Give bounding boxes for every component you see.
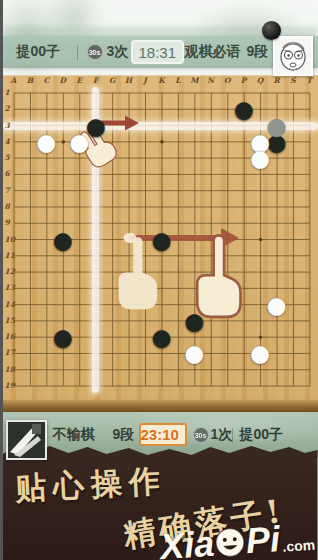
row-label: 12 bbox=[5, 267, 15, 276]
top-capture-count: 提00子 bbox=[17, 36, 61, 68]
row-label: 19 bbox=[5, 381, 15, 390]
black-stone: ● bbox=[54, 231, 71, 248]
app-screen: 提00子 30s 3次 18:31 观棋必语 9段 bbox=[3, 0, 318, 560]
black-stone: ● bbox=[235, 101, 252, 118]
bottom-player-name: 不输棋 bbox=[53, 419, 95, 451]
byoyomi-badge: 30s bbox=[87, 44, 103, 60]
column-label: P bbox=[241, 76, 247, 85]
row-label: 8 bbox=[5, 202, 10, 211]
column-label: J bbox=[143, 76, 147, 85]
column-label: E bbox=[76, 76, 82, 85]
meme-face-icon bbox=[275, 38, 311, 74]
column-label: H bbox=[125, 76, 132, 85]
black-stone: ● bbox=[54, 329, 71, 346]
row-label: 5 bbox=[5, 153, 10, 162]
row-label: 18 bbox=[5, 365, 15, 374]
column-label: A bbox=[11, 76, 17, 85]
black-stone: ● bbox=[153, 231, 170, 248]
top-game-timer: 18:31 bbox=[131, 40, 185, 64]
white-stone: ● bbox=[268, 296, 285, 313]
blade-avatar-icon bbox=[8, 422, 45, 458]
logo-text-pre: Xia bbox=[159, 527, 215, 560]
xiaopi-logo: Xia Pi .com bbox=[159, 520, 316, 560]
top-byoyomi-times: 3次 bbox=[107, 36, 129, 68]
logo-text-post: Pi bbox=[245, 523, 281, 558]
column-label: D bbox=[60, 76, 67, 85]
row-label: 2 bbox=[5, 105, 10, 114]
column-label: K bbox=[158, 76, 165, 85]
column-label: L bbox=[175, 76, 180, 85]
row-label: 1 bbox=[5, 88, 10, 97]
column-label: N bbox=[207, 76, 214, 85]
row-label: 13 bbox=[5, 284, 15, 293]
star-point bbox=[160, 140, 164, 144]
divider bbox=[232, 428, 233, 443]
bottom-capture-count: 提00子 bbox=[240, 419, 284, 451]
decorative-black-stone bbox=[262, 21, 281, 40]
row-label: 10 bbox=[5, 235, 15, 244]
row-label: 15 bbox=[5, 316, 15, 325]
banner-slogan-line1: 贴心操作 bbox=[14, 460, 168, 510]
top-player-name: 观棋必语 bbox=[185, 36, 241, 68]
white-stone: ● bbox=[38, 133, 55, 150]
promo-banner[interactable]: 贴心操作 精确落子! Xia Pi .com bbox=[3, 440, 318, 560]
go-board[interactable]: ABCDEFGHJKLMNOPQRST123456789101112131415… bbox=[3, 75, 318, 400]
top-player-avatar[interactable] bbox=[273, 36, 313, 76]
row-label: 4 bbox=[5, 137, 10, 146]
column-label: C bbox=[43, 76, 49, 85]
white-stone: ● bbox=[252, 345, 269, 362]
column-label: F bbox=[93, 76, 98, 85]
bottom-player-avatar[interactable] bbox=[6, 420, 47, 460]
top-player-rank: 9段 bbox=[247, 36, 269, 68]
board-wooden-edge bbox=[3, 400, 318, 412]
black-stone: ● bbox=[186, 312, 203, 329]
top-player-bar: 提00子 30s 3次 18:31 观棋必语 9段 bbox=[3, 36, 318, 68]
row-label: 17 bbox=[5, 349, 15, 358]
star-point bbox=[258, 335, 262, 339]
star-point bbox=[258, 238, 262, 242]
row-label: 3 bbox=[5, 121, 10, 130]
row-label: 14 bbox=[5, 300, 15, 309]
white-stone: ● bbox=[252, 150, 269, 167]
column-label: Q bbox=[257, 76, 264, 85]
white-stone: ● bbox=[186, 345, 203, 362]
logo-com-suffix: .com bbox=[282, 537, 316, 555]
row-label: 6 bbox=[5, 170, 10, 179]
black-stone: ● bbox=[153, 329, 170, 346]
star-point bbox=[61, 140, 65, 144]
divider bbox=[77, 45, 78, 60]
white-stone: ● bbox=[71, 133, 88, 150]
column-label: B bbox=[27, 76, 33, 85]
bottom-byoyomi-times: 1次 bbox=[211, 419, 233, 451]
bottom-game-timer: 23:10 bbox=[139, 423, 187, 446]
column-label: G bbox=[109, 76, 115, 85]
logo-face-icon bbox=[214, 527, 246, 559]
row-label: 7 bbox=[5, 186, 10, 195]
column-label: O bbox=[224, 76, 231, 85]
byoyomi-badge: 30s bbox=[193, 427, 209, 443]
row-label: 16 bbox=[5, 333, 15, 342]
column-label: M bbox=[190, 76, 198, 85]
ghost-stone: ● bbox=[268, 117, 285, 134]
row-label: 11 bbox=[5, 251, 15, 260]
bottom-player-rank: 9段 bbox=[113, 419, 135, 451]
row-label: 9 bbox=[5, 219, 10, 228]
